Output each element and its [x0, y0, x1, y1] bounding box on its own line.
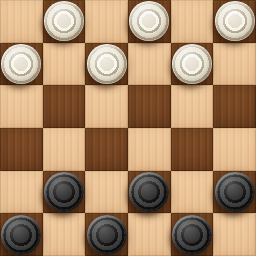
board-square-r5c5 — [213, 213, 256, 256]
board-square-r5c1 — [43, 213, 86, 256]
board-square-r0c2 — [85, 0, 128, 43]
board-square-r2c2 — [85, 85, 128, 128]
board-square-r3c0[interactable] — [0, 128, 43, 171]
board-square-r1c2[interactable] — [85, 43, 128, 86]
black-man-piece[interactable] — [44, 172, 84, 212]
black-man-piece[interactable] — [87, 215, 127, 255]
board-square-r0c3[interactable] — [128, 0, 171, 43]
board-square-r1c4[interactable] — [171, 43, 214, 86]
board-square-r4c4 — [171, 171, 214, 214]
board-square-r5c3 — [128, 213, 171, 256]
board-square-r5c0[interactable] — [0, 213, 43, 256]
board-square-r1c3 — [128, 43, 171, 86]
board-square-r1c0[interactable] — [0, 43, 43, 86]
white-man-piece[interactable] — [44, 1, 84, 41]
white-man-piece[interactable] — [87, 44, 127, 84]
board-square-r0c1[interactable] — [43, 0, 86, 43]
board-square-r4c1[interactable] — [43, 171, 86, 214]
board-square-r4c5[interactable] — [213, 171, 256, 214]
white-man-piece[interactable] — [1, 44, 41, 84]
white-man-piece[interactable] — [129, 1, 169, 41]
board-square-r2c0 — [0, 85, 43, 128]
board-square-r4c0 — [0, 171, 43, 214]
black-man-piece[interactable] — [215, 172, 255, 212]
board-square-r0c0 — [0, 0, 43, 43]
board-square-r3c3 — [128, 128, 171, 171]
board-square-r5c4[interactable] — [171, 213, 214, 256]
board-square-r0c5[interactable] — [213, 0, 256, 43]
black-man-piece[interactable] — [129, 172, 169, 212]
board-square-r5c2[interactable] — [85, 213, 128, 256]
board-square-r3c2[interactable] — [85, 128, 128, 171]
checkers-board — [0, 0, 256, 256]
board-square-r3c5 — [213, 128, 256, 171]
board-square-r2c5[interactable] — [213, 85, 256, 128]
board-square-r4c2 — [85, 171, 128, 214]
white-man-piece[interactable] — [172, 44, 212, 84]
board-square-r1c5 — [213, 43, 256, 86]
black-man-piece[interactable] — [172, 215, 212, 255]
board-square-r2c4 — [171, 85, 214, 128]
board-square-r4c3[interactable] — [128, 171, 171, 214]
board-square-r2c3[interactable] — [128, 85, 171, 128]
board-square-r3c4[interactable] — [171, 128, 214, 171]
board-square-r1c1 — [43, 43, 86, 86]
board-square-r0c4 — [171, 0, 214, 43]
board-square-r3c1 — [43, 128, 86, 171]
board-square-r2c1[interactable] — [43, 85, 86, 128]
white-man-piece[interactable] — [215, 1, 255, 41]
black-man-piece[interactable] — [1, 215, 41, 255]
